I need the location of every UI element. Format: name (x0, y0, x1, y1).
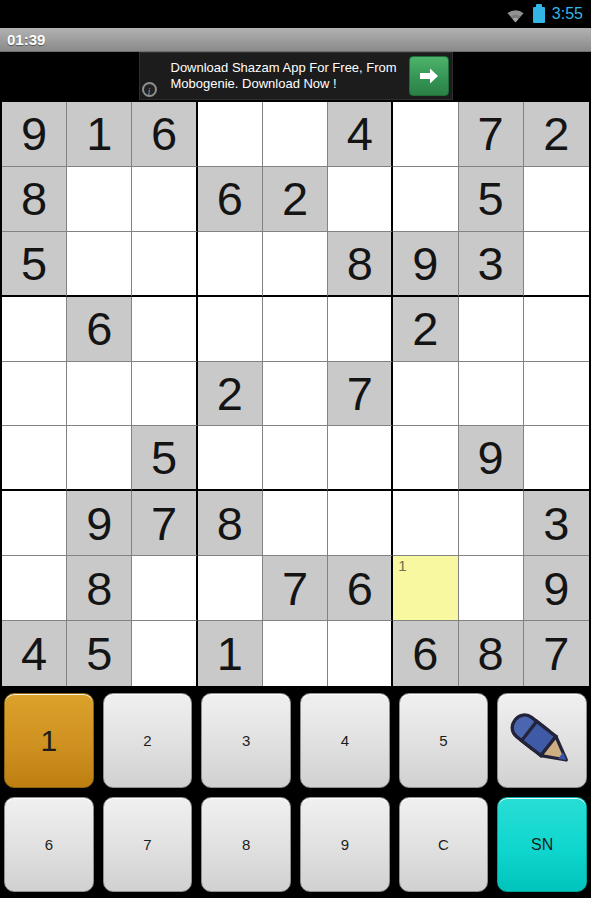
cell-r7c8[interactable] (459, 491, 524, 556)
cell-r2c4[interactable]: 6 (198, 167, 263, 232)
cell-r2c3[interactable] (132, 167, 197, 232)
pencil-mark: 1 (398, 558, 406, 573)
cell-r8c8[interactable] (459, 556, 524, 621)
key-6[interactable]: 6 (4, 797, 94, 892)
cell-r3c8[interactable]: 3 (459, 232, 524, 297)
ad-banner[interactable]: Download Shazam App For Free, From Mobog… (139, 52, 453, 100)
cell-r5c6[interactable]: 7 (328, 362, 393, 427)
cell-r6c9[interactable] (524, 426, 589, 491)
cell-r4c7[interactable]: 2 (393, 297, 458, 362)
cell-r8c9[interactable]: 9 (524, 556, 589, 621)
arrow-right-icon (417, 65, 441, 87)
cell-r7c7[interactable] (393, 491, 458, 556)
ad-line1: Download Shazam App For Free, From (171, 60, 397, 76)
wifi-icon (505, 6, 526, 23)
cell-r3c3[interactable] (132, 232, 197, 297)
cell-r6c5[interactable] (263, 426, 328, 491)
cell-r9c3[interactable] (132, 621, 197, 686)
cell-r1c3[interactable]: 6 (132, 102, 197, 167)
key-SN[interactable]: SN (497, 797, 587, 892)
cell-r3c1[interactable]: 5 (2, 232, 67, 297)
cell-r8c2[interactable]: 8 (67, 556, 132, 621)
cell-r9c8[interactable]: 8 (459, 621, 524, 686)
cell-r1c9[interactable]: 2 (524, 102, 589, 167)
cell-r5c4[interactable]: 2 (198, 362, 263, 427)
cell-r9c1[interactable]: 4 (2, 621, 67, 686)
cell-r1c7[interactable] (393, 102, 458, 167)
key-9[interactable]: 9 (300, 797, 390, 892)
cell-r5c3[interactable] (132, 362, 197, 427)
cell-r9c7[interactable]: 6 (393, 621, 458, 686)
battery-icon (533, 7, 545, 23)
cell-r6c7[interactable] (393, 426, 458, 491)
cell-r1c2[interactable]: 1 (67, 102, 132, 167)
cell-r4c5[interactable] (263, 297, 328, 362)
cell-r5c9[interactable] (524, 362, 589, 427)
cell-r7c2[interactable]: 9 (67, 491, 132, 556)
cell-r3c7[interactable]: 9 (393, 232, 458, 297)
cell-r2c7[interactable] (393, 167, 458, 232)
cell-r2c5[interactable]: 2 (263, 167, 328, 232)
cell-r2c9[interactable] (524, 167, 589, 232)
timer-bar: 01:39 (0, 28, 591, 52)
cell-r3c2[interactable] (67, 232, 132, 297)
cell-r5c7[interactable] (393, 362, 458, 427)
cell-r4c4[interactable] (198, 297, 263, 362)
cell-r6c8[interactable]: 9 (459, 426, 524, 491)
cell-r7c1[interactable] (2, 491, 67, 556)
key-pencil[interactable] (497, 693, 587, 788)
ad-line2: Mobogenie. Download Now ! (171, 76, 397, 92)
cell-r8c3[interactable] (132, 556, 197, 621)
ad-strip: Download Shazam App For Free, From Mobog… (0, 52, 591, 100)
cell-r1c4[interactable] (198, 102, 263, 167)
cell-r4c6[interactable] (328, 297, 393, 362)
ad-download-button[interactable] (409, 56, 449, 96)
cell-r2c6[interactable] (328, 167, 393, 232)
cell-r7c4[interactable]: 8 (198, 491, 263, 556)
cell-r7c5[interactable] (263, 491, 328, 556)
cell-r2c2[interactable] (67, 167, 132, 232)
cell-r9c2[interactable]: 5 (67, 621, 132, 686)
cell-r6c6[interactable] (328, 426, 393, 491)
cell-r3c6[interactable]: 8 (328, 232, 393, 297)
ad-text: Download Shazam App For Free, From Mobog… (140, 60, 447, 92)
cell-r4c2[interactable]: 6 (67, 297, 132, 362)
cell-r3c5[interactable] (263, 232, 328, 297)
cell-r9c6[interactable] (328, 621, 393, 686)
cell-r3c9[interactable] (524, 232, 589, 297)
cell-r7c3[interactable]: 7 (132, 491, 197, 556)
cell-r8c6[interactable]: 6 (328, 556, 393, 621)
cell-r4c1[interactable] (2, 297, 67, 362)
cell-r6c3[interactable]: 5 (132, 426, 197, 491)
ad-info-icon[interactable]: i (142, 82, 157, 97)
cell-r8c1[interactable] (2, 556, 67, 621)
key-1[interactable]: 1 (4, 693, 94, 788)
cell-r5c1[interactable] (2, 362, 67, 427)
number-keypad: 123456789CSN (0, 688, 591, 898)
game-timer: 01:39 (0, 31, 45, 48)
cell-r5c8[interactable] (459, 362, 524, 427)
key-4[interactable]: 4 (300, 693, 390, 788)
status-bar: 3:55 (0, 0, 591, 28)
cell-r7c9[interactable]: 3 (524, 491, 589, 556)
cell-r1c6[interactable]: 4 (328, 102, 393, 167)
key-2[interactable]: 2 (103, 693, 193, 788)
cell-r2c1[interactable]: 8 (2, 167, 67, 232)
cell-r5c5[interactable] (263, 362, 328, 427)
pencil-icon (503, 702, 581, 780)
cell-r2c8[interactable]: 5 (459, 167, 524, 232)
cell-r7c6[interactable] (328, 491, 393, 556)
cell-r1c5[interactable] (263, 102, 328, 167)
cell-r1c8[interactable]: 7 (459, 102, 524, 167)
cell-r1c1[interactable]: 9 (2, 102, 67, 167)
cell-r6c2[interactable] (67, 426, 132, 491)
key-C[interactable]: C (399, 797, 489, 892)
status-clock: 3:55 (552, 5, 583, 23)
cell-r9c5[interactable] (263, 621, 328, 686)
cell-r5c2[interactable] (67, 362, 132, 427)
cell-r3c4[interactable] (198, 232, 263, 297)
sudoku-board: 91647286255893622759978387619451687 (0, 100, 591, 688)
cell-r8c7[interactable]: 1 (393, 556, 458, 621)
cell-r9c4[interactable]: 1 (198, 621, 263, 686)
cell-r4c8[interactable] (459, 297, 524, 362)
cell-r9c9[interactable]: 7 (524, 621, 589, 686)
key-8[interactable]: 8 (201, 797, 291, 892)
cell-r4c9[interactable] (524, 297, 589, 362)
cell-r6c1[interactable] (2, 426, 67, 491)
cell-r8c5[interactable]: 7 (263, 556, 328, 621)
key-3[interactable]: 3 (201, 693, 291, 788)
cell-r8c4[interactable] (198, 556, 263, 621)
cell-r4c3[interactable] (132, 297, 197, 362)
key-5[interactable]: 5 (399, 693, 489, 788)
key-7[interactable]: 7 (103, 797, 193, 892)
cell-r6c4[interactable] (198, 426, 263, 491)
